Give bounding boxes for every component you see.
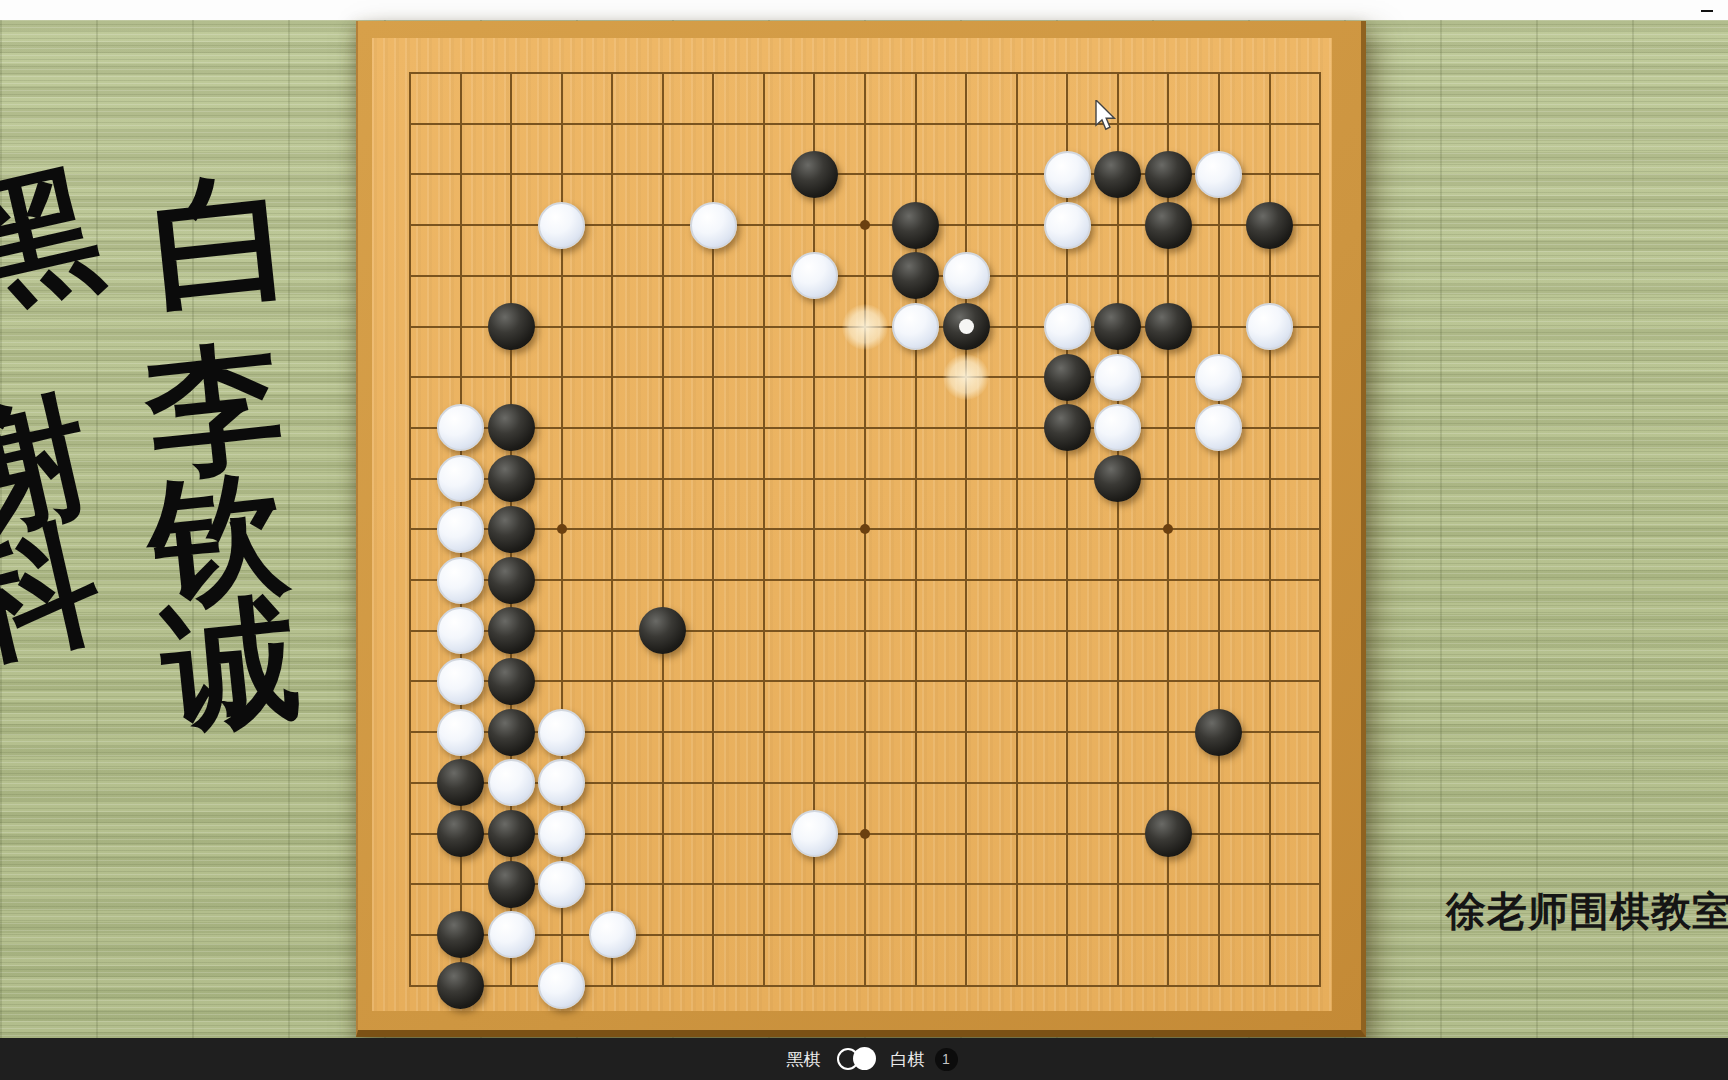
white-stone	[1094, 354, 1141, 401]
grid-line-vertical	[965, 72, 967, 987]
white-stone	[538, 759, 585, 806]
white-stone	[538, 810, 585, 857]
white-stone	[1195, 404, 1242, 451]
tatami-background: 黑 谢 科 白 李 钦 诚 徐老师围棋教室	[0, 20, 1728, 1038]
mouse-cursor	[1093, 100, 1117, 132]
white-stone	[1195, 151, 1242, 198]
white-stone	[437, 658, 484, 705]
black-stone	[488, 303, 535, 350]
grid-line-horizontal	[409, 934, 1321, 936]
white-stone	[1044, 202, 1091, 249]
ghost-stone	[842, 304, 888, 350]
white-stone	[1246, 303, 1293, 350]
black-stone	[1145, 151, 1192, 198]
black-stone	[437, 810, 484, 857]
last-move-marker	[959, 319, 974, 334]
black-toggle-label: 黑棋	[787, 1048, 821, 1071]
black-stone	[488, 810, 535, 857]
grid-line-vertical	[1117, 72, 1119, 987]
grid-line-horizontal	[409, 680, 1321, 682]
black-player-name-char-2: 科	[0, 511, 112, 674]
bottom-bar: 黑棋 白棋 1	[0, 1038, 1728, 1080]
minimize-icon[interactable]	[1701, 10, 1713, 12]
white-player-label: 白	[145, 165, 299, 319]
white-stone	[538, 709, 585, 756]
white-stone	[1044, 151, 1091, 198]
black-stone	[488, 557, 535, 604]
grid-line-vertical	[1218, 72, 1220, 987]
black-stone	[437, 759, 484, 806]
white-stone	[437, 557, 484, 604]
black-player-label: 黑	[0, 156, 112, 324]
black-stone	[1145, 303, 1192, 350]
black-stone	[488, 709, 535, 756]
white-stone	[1044, 303, 1091, 350]
black-stone	[1145, 810, 1192, 857]
white-stone	[1094, 404, 1141, 451]
black-stone	[791, 151, 838, 198]
white-player-name-char-3: 诚	[156, 589, 305, 738]
black-stone	[1195, 709, 1242, 756]
white-toggle-label: 白棋	[891, 1048, 925, 1071]
black-stone	[892, 252, 939, 299]
star-point	[1163, 524, 1173, 534]
white-stone	[437, 455, 484, 502]
black-stone	[892, 202, 939, 249]
star-point	[860, 829, 870, 839]
black-stone	[1094, 151, 1141, 198]
star-point	[860, 220, 870, 230]
white-stone	[538, 962, 585, 1009]
black-stone	[488, 658, 535, 705]
black-stone	[1094, 303, 1141, 350]
black-stone	[1246, 202, 1293, 249]
white-stone	[538, 202, 585, 249]
black-stone	[1145, 202, 1192, 249]
black-stone	[639, 607, 686, 654]
black-stone	[437, 962, 484, 1009]
grid-line-horizontal	[409, 630, 1321, 632]
white-stone	[1195, 354, 1242, 401]
white-stone	[437, 709, 484, 756]
grid-line-vertical	[1016, 72, 1018, 987]
watermark-text: 徐老师围棋教室	[1446, 884, 1728, 939]
black-stone	[1044, 404, 1091, 451]
black-stone	[488, 404, 535, 451]
black-stone	[943, 303, 990, 350]
screen: 黑 谢 科 白 李 钦 诚 徐老师围棋教室 黑棋 白棋 1	[0, 0, 1728, 1080]
white-stone	[538, 861, 585, 908]
black-stone	[488, 607, 535, 654]
black-stone	[488, 455, 535, 502]
star-point	[860, 524, 870, 534]
board-surface[interactable]	[372, 38, 1332, 1011]
go-board	[356, 21, 1366, 1037]
black-stone	[1094, 455, 1141, 502]
white-stone	[690, 202, 737, 249]
white-stone	[437, 607, 484, 654]
ghost-stone	[943, 354, 989, 400]
white-stone	[791, 252, 838, 299]
grid-line-vertical	[1319, 72, 1321, 987]
black-stone	[437, 911, 484, 958]
white-stone-icon	[853, 1047, 876, 1070]
move-count-badge: 1	[935, 1048, 958, 1071]
grid-line-horizontal	[409, 579, 1321, 581]
white-stone	[892, 303, 939, 350]
black-stone	[488, 861, 535, 908]
white-stone	[791, 810, 838, 857]
white-stone	[437, 506, 484, 553]
black-stone	[1044, 354, 1091, 401]
star-point	[557, 524, 567, 534]
bottom-bar-controls: 黑棋 白棋 1	[787, 1047, 958, 1071]
white-stone	[943, 252, 990, 299]
black-stone	[488, 506, 535, 553]
stone-color-toggle[interactable]	[837, 1047, 877, 1071]
titlebar	[0, 0, 1728, 20]
white-stone	[437, 404, 484, 451]
white-stone	[488, 911, 535, 958]
white-stone	[488, 759, 535, 806]
white-stone	[589, 911, 636, 958]
